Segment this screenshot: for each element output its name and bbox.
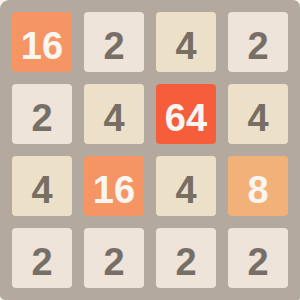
tile-r2c1-value-2: 2 [12, 84, 72, 144]
tile-r3c1-value-4: 4 [12, 156, 72, 216]
tile-r1c2-value-2: 2 [84, 12, 144, 72]
2048-board[interactable]: 1624224644416482222 [0, 0, 300, 300]
2048-app-page: 1624224644416482222 [0, 0, 300, 300]
tile-r1c4-value-2: 2 [228, 12, 288, 72]
tile-r2c3-value-64: 64 [156, 84, 216, 144]
tile-r3c2-value-16: 16 [84, 156, 144, 216]
tile-r4c1-value-2: 2 [12, 228, 72, 288]
tile-r4c4-value-2: 2 [228, 228, 288, 288]
tile-r4c2-value-2: 2 [84, 228, 144, 288]
tile-r2c4-value-4: 4 [228, 84, 288, 144]
tile-r2c2-value-4: 4 [84, 84, 144, 144]
tile-r1c1-value-16: 16 [12, 12, 72, 72]
tile-r1c3-value-4: 4 [156, 12, 216, 72]
tile-r3c3-value-4: 4 [156, 156, 216, 216]
tile-r4c3-value-2: 2 [156, 228, 216, 288]
tile-r3c4-value-8: 8 [228, 156, 288, 216]
